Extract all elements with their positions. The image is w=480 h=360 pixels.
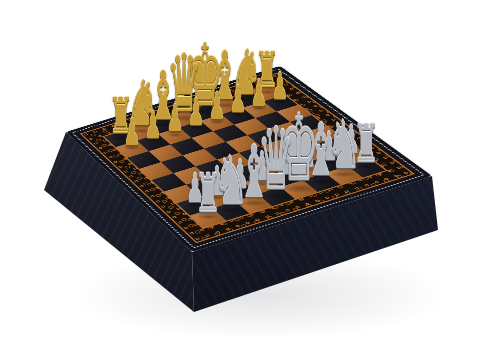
chess-set-photo: ♜♞♝♛♚♝♞♜♟♟♟♟♟♟♟♟♟♟♟♟♟♟♟♟♜♞♝♛♚♝♞♜: [0, 0, 480, 360]
